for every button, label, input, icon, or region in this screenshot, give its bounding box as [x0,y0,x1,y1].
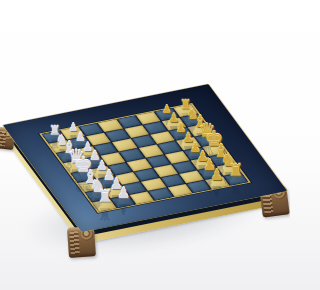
piece-reflection: ♟ [103,202,143,217]
chess-set-photo: Luxury metal chess set at game start: bl… [0,0,290,290]
piece-white-pawn-h2[interactable]: ♟♟ [103,187,143,217]
playing-field: ♜♜♟♟♟♟♜♜♞♞♟♟♟♟♞♞♝♝♟♟♟♟♝♝♛♛♟♟♟♟♛♛♚♚♟♟♟♟♚♚… [39,103,251,213]
square-h8[interactable]: ♜♜ [224,173,249,186]
piece-reflection: ♜ [216,179,256,196]
piece-black-rook-h8[interactable]: ♜♜ [216,162,256,196]
square-h2[interactable]: ♟♟ [111,195,136,208]
scene-caption: Luxury metal chess set at game start: bl… [0,0,1,1]
black-rook-icon: ♜ [216,162,256,179]
